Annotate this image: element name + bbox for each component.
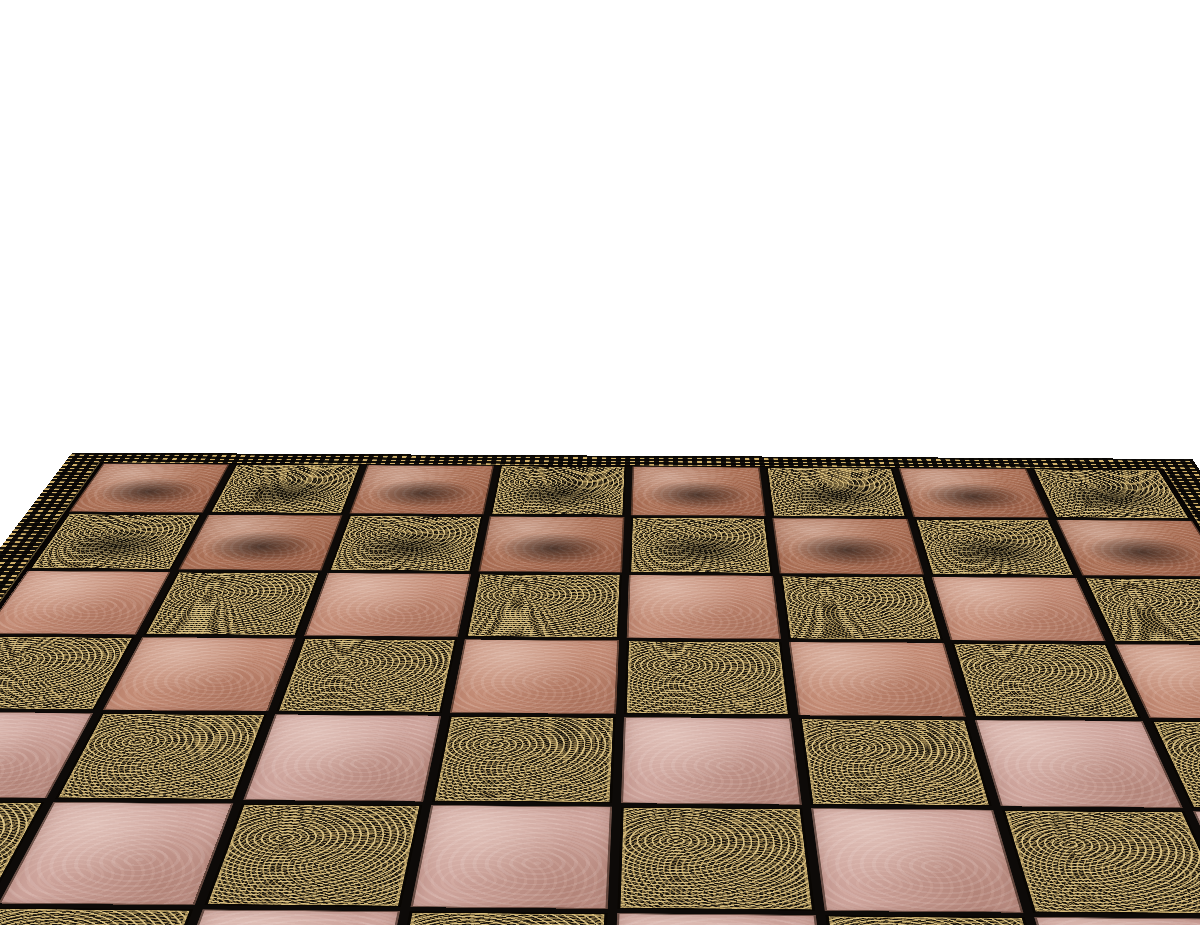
square-f4[interactable] [799,718,992,806]
bishop-contact-shadow [780,481,891,510]
square-b6[interactable] [143,572,320,636]
square-f2[interactable] [825,915,1061,925]
square-e5[interactable] [624,641,791,716]
square-c2[interactable] [157,909,400,925]
pawn-contact-shadow [1077,536,1200,569]
square-c3[interactable] [204,803,422,907]
chess-board: ♜♞♝♛♚♝♞♜♟♟♟♟♟♟♟♟ [0,462,1200,925]
board-frame: ♜♞♝♛♚♝♞♜♟♟♟♟♟♟♟♟ [0,453,1200,925]
square-h7[interactable]: ♟ [1056,520,1200,577]
square-f3[interactable] [811,808,1023,912]
knight-contact-shadow [916,482,1032,511]
pawn-contact-shadow [196,530,322,563]
square-e4[interactable] [621,717,802,805]
knight-contact-shadow [226,478,344,507]
pawn-contact-shadow [494,532,610,565]
square-e3[interactable] [617,807,815,911]
square-f7[interactable]: ♟ [772,518,924,574]
square-a8[interactable]: ♜ [69,463,229,512]
square-e7[interactable]: ♟ [629,517,773,573]
square-b2[interactable] [0,907,193,925]
square-c6[interactable] [304,573,471,637]
square-g5[interactable] [951,643,1141,718]
square-c4[interactable] [243,714,441,801]
square-e2[interactable] [613,913,831,925]
square-c5[interactable] [276,638,457,712]
square-a7[interactable]: ♟ [29,514,202,570]
chess-scene: ♜♞♝♛♚♝♞♜♟♟♟♟♟♟♟♟ [0,0,1200,925]
square-g7[interactable]: ♟ [914,519,1075,576]
square-c8[interactable]: ♝ [349,465,493,514]
bishop-contact-shadow [365,479,478,508]
square-b8[interactable]: ♞ [209,464,361,513]
queen-contact-shadow [505,480,613,509]
square-b7[interactable]: ♟ [179,515,343,571]
square-b4[interactable] [55,713,267,800]
square-g4[interactable] [975,720,1183,808]
square-g8[interactable]: ♞ [899,468,1049,518]
square-d4[interactable] [432,716,616,803]
square-d2[interactable] [385,911,608,925]
square-c7[interactable]: ♟ [328,515,483,571]
pawn-contact-shadow [345,531,466,564]
pawn-contact-shadow [643,533,757,566]
square-g3[interactable] [1002,810,1200,915]
square-d8[interactable]: ♛ [490,466,626,515]
square-f5[interactable] [789,642,966,717]
king-contact-shadow [644,481,751,510]
square-a6[interactable] [0,571,171,635]
square-d5[interactable] [450,639,619,714]
square-h8[interactable]: ♜ [1032,469,1191,519]
pawn-contact-shadow [48,529,179,562]
square-b5[interactable] [103,637,296,711]
square-d7[interactable]: ♟ [478,516,624,572]
square-e6[interactable] [627,575,781,640]
rook-contact-shadow [1052,483,1174,512]
square-f6[interactable] [780,576,943,641]
square-g6[interactable] [932,577,1106,642]
pawn-contact-shadow [788,534,907,567]
square-d6[interactable] [465,574,622,638]
square-f8[interactable]: ♝ [766,467,907,517]
rook-contact-shadow [87,477,209,506]
pawn-contact-shadow [933,535,1058,568]
square-d3[interactable] [410,805,612,909]
square-e8[interactable]: ♚ [631,467,766,517]
square-g2[interactable] [1034,917,1200,925]
